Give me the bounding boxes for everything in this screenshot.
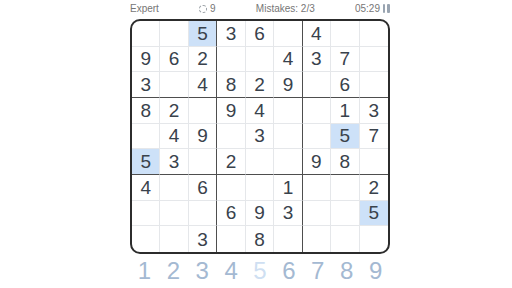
- cell-r9c8[interactable]: [331, 226, 359, 252]
- cell-r3c2[interactable]: [160, 72, 188, 98]
- cell-r1c1[interactable]: [132, 21, 160, 47]
- numpad-7[interactable]: 7: [303, 256, 332, 286]
- cell-r4c7[interactable]: [303, 98, 331, 124]
- cell-r7c7[interactable]: [303, 175, 331, 201]
- cell-r5c1[interactable]: [132, 124, 160, 150]
- hints-count: 9: [210, 3, 216, 14]
- cell-r3c4[interactable]: 8: [217, 72, 245, 98]
- sudoku-board[interactable]: 5364962437348296829413493575329846126935…: [130, 19, 390, 254]
- cell-r6c8[interactable]: 8: [331, 149, 359, 175]
- mistakes-counter: Mistakes: 2/3: [256, 3, 315, 14]
- cell-r8c3[interactable]: [189, 201, 217, 227]
- cell-r7c4[interactable]: [217, 175, 245, 201]
- cell-r7c5[interactable]: [246, 175, 274, 201]
- cell-r4c2[interactable]: 2: [160, 98, 188, 124]
- timer-group: 05:29: [355, 3, 390, 14]
- cell-r4c1[interactable]: 8: [132, 98, 160, 124]
- cell-r4c3[interactable]: [189, 98, 217, 124]
- cell-r8c5[interactable]: 9: [246, 201, 274, 227]
- cell-r1c9[interactable]: [360, 21, 388, 47]
- cell-r9c3[interactable]: 3: [189, 226, 217, 252]
- cell-r5c8[interactable]: 5: [331, 124, 359, 150]
- cell-r8c8[interactable]: [331, 201, 359, 227]
- numpad-6[interactable]: 6: [274, 256, 303, 286]
- numpad-2[interactable]: 2: [159, 256, 188, 286]
- cell-r1c3[interactable]: 5: [189, 21, 217, 47]
- cell-r6c5[interactable]: [246, 149, 274, 175]
- cell-r2c7[interactable]: 3: [303, 47, 331, 73]
- cell-r7c9[interactable]: 2: [360, 175, 388, 201]
- cell-r2c3[interactable]: 2: [189, 47, 217, 73]
- cell-r6c3[interactable]: [189, 149, 217, 175]
- cell-r8c9[interactable]: 5: [360, 201, 388, 227]
- cell-r1c4[interactable]: 3: [217, 21, 245, 47]
- numpad-5[interactable]: 5: [246, 256, 275, 286]
- cell-r6c6[interactable]: [274, 149, 302, 175]
- cell-r1c7[interactable]: 4: [303, 21, 331, 47]
- numpad-1[interactable]: 1: [130, 256, 159, 286]
- cell-r6c4[interactable]: 2: [217, 149, 245, 175]
- cell-r7c6[interactable]: 1: [274, 175, 302, 201]
- cell-r7c2[interactable]: [160, 175, 188, 201]
- cell-r3c3[interactable]: 4: [189, 72, 217, 98]
- pause-button[interactable]: [383, 4, 390, 13]
- cell-r8c6[interactable]: 3: [274, 201, 302, 227]
- cell-r1c6[interactable]: [274, 21, 302, 47]
- cell-r2c8[interactable]: 7: [331, 47, 359, 73]
- cell-r4c4[interactable]: 9: [217, 98, 245, 124]
- cell-r9c9[interactable]: [360, 226, 388, 252]
- timer-label: 05:29: [355, 3, 380, 14]
- numpad-3[interactable]: 3: [188, 256, 217, 286]
- cell-r4c8[interactable]: 1: [331, 98, 359, 124]
- cell-r9c7[interactable]: [303, 226, 331, 252]
- cell-r3c9[interactable]: [360, 72, 388, 98]
- cell-r6c7[interactable]: 9: [303, 149, 331, 175]
- cell-r9c5[interactable]: 8: [246, 226, 274, 252]
- cell-r4c5[interactable]: 4: [246, 98, 274, 124]
- cell-r7c8[interactable]: [331, 175, 359, 201]
- cell-r9c4[interactable]: [217, 226, 245, 252]
- number-pad[interactable]: 123456789: [130, 256, 390, 286]
- cell-r2c1[interactable]: 9: [132, 47, 160, 73]
- cell-r9c6[interactable]: [274, 226, 302, 252]
- top-bar: Expert 9 Mistakes: 2/3 05:29: [130, 1, 390, 16]
- numpad-9[interactable]: 9: [361, 256, 390, 286]
- cell-r2c6[interactable]: 4: [274, 47, 302, 73]
- cell-r8c7[interactable]: [303, 201, 331, 227]
- cell-r3c7[interactable]: [303, 72, 331, 98]
- cell-r5c7[interactable]: [303, 124, 331, 150]
- cell-r3c1[interactable]: 3: [132, 72, 160, 98]
- gear-icon: [199, 5, 207, 13]
- cell-r1c2[interactable]: [160, 21, 188, 47]
- cell-r6c2[interactable]: 3: [160, 149, 188, 175]
- cell-r3c8[interactable]: 6: [331, 72, 359, 98]
- difficulty-label: Expert: [130, 3, 159, 14]
- cell-r1c8[interactable]: [331, 21, 359, 47]
- cell-r6c1[interactable]: 5: [132, 149, 160, 175]
- cell-r7c3[interactable]: 6: [189, 175, 217, 201]
- cell-r8c4[interactable]: 6: [217, 201, 245, 227]
- cell-r5c9[interactable]: 7: [360, 124, 388, 150]
- cell-r3c5[interactable]: 2: [246, 72, 274, 98]
- cell-r3c6[interactable]: 9: [274, 72, 302, 98]
- hints-button[interactable]: 9: [199, 3, 216, 14]
- cell-r5c4[interactable]: [217, 124, 245, 150]
- cell-r5c2[interactable]: 4: [160, 124, 188, 150]
- cell-r4c9[interactable]: 3: [360, 98, 388, 124]
- cell-r2c9[interactable]: [360, 47, 388, 73]
- cell-r8c2[interactable]: [160, 201, 188, 227]
- cell-r6c9[interactable]: [360, 149, 388, 175]
- cell-r5c5[interactable]: 3: [246, 124, 274, 150]
- cell-r5c6[interactable]: [274, 124, 302, 150]
- cell-r1c5[interactable]: 6: [246, 21, 274, 47]
- numpad-8[interactable]: 8: [332, 256, 361, 286]
- cell-r2c2[interactable]: 6: [160, 47, 188, 73]
- cell-r5c3[interactable]: 9: [189, 124, 217, 150]
- cell-r4c6[interactable]: [274, 98, 302, 124]
- numpad-4[interactable]: 4: [217, 256, 246, 286]
- cell-r8c1[interactable]: [132, 201, 160, 227]
- cell-r2c5[interactable]: [246, 47, 274, 73]
- cell-r2c4[interactable]: [217, 47, 245, 73]
- cell-r7c1[interactable]: 4: [132, 175, 160, 201]
- cell-r9c1[interactable]: [132, 226, 160, 252]
- cell-r9c2[interactable]: [160, 226, 188, 252]
